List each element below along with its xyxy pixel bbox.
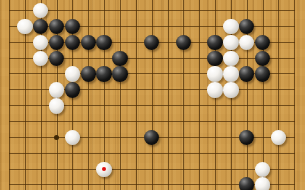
white-stone	[255, 162, 270, 177]
white-stone	[65, 66, 80, 81]
black-stone	[207, 35, 222, 50]
black-stone	[112, 51, 127, 66]
black-stone	[65, 19, 80, 34]
black-stone	[96, 35, 111, 50]
white-stone	[207, 82, 222, 97]
white-stone	[207, 66, 222, 81]
white-stone	[96, 162, 111, 177]
stones-grid	[1, 0, 302, 190]
white-stone	[33, 3, 48, 18]
white-stone	[33, 35, 48, 50]
black-stone	[176, 35, 191, 50]
white-stone	[65, 130, 80, 145]
black-stone	[144, 130, 159, 145]
white-stone	[239, 35, 254, 50]
white-stone	[223, 82, 238, 97]
black-stone	[239, 19, 254, 34]
black-stone	[255, 51, 270, 66]
black-stone	[33, 19, 48, 34]
black-stone	[49, 51, 64, 66]
black-stone	[65, 35, 80, 50]
black-stone	[239, 130, 254, 145]
black-stone	[255, 35, 270, 50]
go-board[interactable]	[0, 0, 305, 190]
white-stone	[223, 35, 238, 50]
white-stone	[49, 82, 64, 97]
black-stone	[239, 66, 254, 81]
black-stone	[207, 51, 222, 66]
white-stone	[271, 130, 286, 145]
black-stone	[144, 35, 159, 50]
white-stone	[223, 51, 238, 66]
white-stone	[255, 177, 270, 190]
black-stone	[112, 66, 127, 81]
last-move-marker	[102, 167, 107, 172]
white-stone	[49, 98, 64, 113]
black-stone	[239, 177, 254, 190]
black-stone	[49, 35, 64, 50]
white-stone	[33, 51, 48, 66]
black-stone	[49, 19, 64, 34]
black-stone	[255, 66, 270, 81]
black-stone	[65, 82, 80, 97]
black-stone	[96, 66, 111, 81]
black-stone	[81, 66, 96, 81]
white-stone	[223, 19, 238, 34]
white-stone	[223, 66, 238, 81]
black-stone	[81, 35, 96, 50]
white-stone	[17, 19, 32, 34]
